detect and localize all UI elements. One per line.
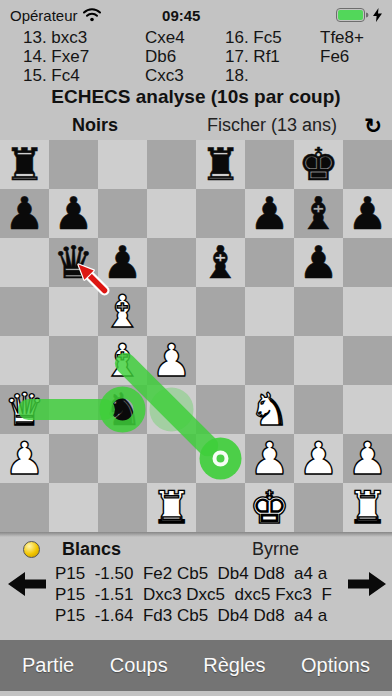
square-e2[interactable] <box>196 434 245 483</box>
black-king: ♚ <box>294 140 343 189</box>
black-pawn: ♟ <box>245 189 294 238</box>
white-pawn: ♟ <box>0 434 49 483</box>
black-queen: ♛ <box>49 238 98 287</box>
black-player-name: Fischer (13 ans) <box>190 115 354 136</box>
move-cell[interactable]: 17. Rf1 <box>225 47 320 66</box>
square-a6[interactable] <box>0 238 49 287</box>
move-cell[interactable]: Tfe8+ <box>320 28 392 47</box>
white-rook: ♜ <box>147 483 196 532</box>
white-pawn: ♟ <box>294 434 343 483</box>
black-pawn: ♟ <box>98 238 147 287</box>
square-c3[interactable]: ♞ <box>98 385 147 434</box>
move-list: 13. bxc3 Cxe4 16. Fc5 Tfe8+ 14. Fxe7 Db6… <box>0 28 392 85</box>
black-knight: ♞ <box>98 385 147 434</box>
square-d2[interactable] <box>147 434 196 483</box>
square-f6[interactable] <box>245 238 294 287</box>
square-h2[interactable]: ♟ <box>343 434 392 483</box>
move-cell[interactable]: 16. Fc5 <box>225 28 320 47</box>
square-a7[interactable]: ♟ <box>0 189 49 238</box>
square-b7[interactable]: ♟ <box>49 189 98 238</box>
square-b1[interactable] <box>49 483 98 532</box>
square-c6[interactable]: ♟ <box>98 238 147 287</box>
square-f5[interactable] <box>245 287 294 336</box>
square-f1[interactable]: ♚ <box>245 483 294 532</box>
square-d3[interactable] <box>147 385 196 434</box>
square-d7[interactable] <box>147 189 196 238</box>
square-a3[interactable]: ♛ <box>0 385 49 434</box>
black-rook: ♜ <box>196 140 245 189</box>
black-pawn: ♟ <box>49 189 98 238</box>
black-rook: ♜ <box>0 140 49 189</box>
white-bishop: ♝ <box>98 336 147 385</box>
square-c2[interactable] <box>98 434 147 483</box>
square-d8[interactable] <box>147 140 196 189</box>
square-e7[interactable] <box>196 189 245 238</box>
engine-line[interactable]: P15 -1.64 Fd3 Cb5 Db4 Dd8 a4 a <box>55 605 342 626</box>
move-cell[interactable]: Cxc3 <box>145 66 225 85</box>
white-pawn: ♟ <box>147 336 196 385</box>
white-pawn: ♟ <box>343 434 392 483</box>
square-b4[interactable] <box>49 336 98 385</box>
flip-board-icon[interactable]: ↻ <box>354 114 392 138</box>
square-c7[interactable] <box>98 189 147 238</box>
square-f2[interactable]: ♟ <box>245 434 294 483</box>
move-cell[interactable] <box>320 66 392 85</box>
square-e8[interactable]: ♜ <box>196 140 245 189</box>
square-d6[interactable] <box>147 238 196 287</box>
move-cell[interactable]: Cxe4 <box>145 28 225 47</box>
page-title: ECHECS analyse (10s par coup) <box>0 85 392 111</box>
white-rook: ♜ <box>343 483 392 532</box>
square-f4[interactable] <box>245 336 294 385</box>
status-bar: Opérateur 09:45 <box>0 0 392 28</box>
white-side-label: Blancs <box>62 539 121 560</box>
square-c8[interactable] <box>98 140 147 189</box>
square-b3[interactable] <box>49 385 98 434</box>
square-g1[interactable] <box>294 483 343 532</box>
charging-bolt-icon <box>373 8 382 22</box>
black-pawn: ♟ <box>294 238 343 287</box>
black-side-label: Noirs <box>0 115 190 136</box>
square-e6[interactable]: ♝ <box>196 238 245 287</box>
toolbar-item-regles[interactable]: Règles <box>203 654 265 677</box>
move-cell[interactable]: Db6 <box>145 47 225 66</box>
toolbar-item-options[interactable]: Options <box>301 654 370 677</box>
toolbar-item-partie[interactable]: Partie <box>22 654 74 677</box>
square-e1[interactable] <box>196 483 245 532</box>
square-a8[interactable]: ♜ <box>0 140 49 189</box>
square-g3[interactable] <box>294 385 343 434</box>
square-c1[interactable] <box>98 483 147 532</box>
square-a1[interactable] <box>0 483 49 532</box>
black-pawn: ♟ <box>343 189 392 238</box>
battery-icon <box>336 8 370 22</box>
square-f3[interactable]: ♞ <box>245 385 294 434</box>
white-player-name: Byrne <box>252 539 299 560</box>
previous-move-button[interactable] <box>6 569 48 599</box>
square-a4[interactable] <box>0 336 49 385</box>
square-a2[interactable]: ♟ <box>0 434 49 483</box>
square-e4[interactable] <box>196 336 245 385</box>
players-row: Noirs Fischer (13 ans) ↻ <box>0 111 392 140</box>
engine-line[interactable]: P15 -1.50 Fe2 Cb5 Db4 Dd8 a4 a <box>55 563 342 584</box>
move-cell[interactable]: 13. bxc3 <box>23 28 145 47</box>
square-c4[interactable]: ♝ <box>98 336 147 385</box>
square-g5[interactable] <box>294 287 343 336</box>
square-d1[interactable]: ♜ <box>147 483 196 532</box>
engine-line[interactable]: P15 -1.51 Dxc3 Dxc5 dxc5 Fxc3 F <box>55 584 342 605</box>
white-king: ♚ <box>245 483 294 532</box>
white-bishop: ♝ <box>98 287 147 336</box>
square-b2[interactable] <box>49 434 98 483</box>
white-queen: ♛ <box>0 385 49 434</box>
move-cell[interactable]: 18. <box>225 66 320 85</box>
move-cell[interactable]: 14. Fxe7 <box>23 47 145 66</box>
square-h5[interactable] <box>343 287 392 336</box>
square-g7[interactable]: ♝ <box>294 189 343 238</box>
square-h8[interactable] <box>343 140 392 189</box>
square-h4[interactable] <box>343 336 392 385</box>
engine-lines: P15 -1.50 Fe2 Cb5 Db4 Dd8 a4 a P15 -1.51… <box>55 563 342 626</box>
square-b6[interactable]: ♛ <box>49 238 98 287</box>
square-f8[interactable] <box>245 140 294 189</box>
square-g8[interactable]: ♚ <box>294 140 343 189</box>
chess-board: ♜♜♚♟♟♟♝♟♛♟♝♟♝♝♟♛♞♞♟♟♟♟♜♚♜ <box>0 140 392 532</box>
square-h3[interactable] <box>343 385 392 434</box>
black-bishop: ♝ <box>294 189 343 238</box>
square-h1[interactable]: ♜ <box>343 483 392 532</box>
square-e3[interactable] <box>196 385 245 434</box>
turn-indicator <box>23 541 40 558</box>
square-b8[interactable] <box>49 140 98 189</box>
square-g6[interactable]: ♟ <box>294 238 343 287</box>
square-d5[interactable] <box>147 287 196 336</box>
move-cell[interactable]: 15. Fc4 <box>23 66 145 85</box>
black-pawn: ♟ <box>0 189 49 238</box>
bottom-toolbar: Partie Coups Règles Options <box>0 640 392 691</box>
square-h7[interactable]: ♟ <box>343 189 392 238</box>
square-f7[interactable]: ♟ <box>245 189 294 238</box>
square-a5[interactable] <box>0 287 49 336</box>
white-knight: ♞ <box>245 385 294 434</box>
square-e5[interactable] <box>196 287 245 336</box>
next-move-button[interactable] <box>346 569 388 599</box>
square-c5[interactable]: ♝ <box>98 287 147 336</box>
square-g2[interactable]: ♟ <box>294 434 343 483</box>
square-h6[interactable] <box>343 238 392 287</box>
square-b5[interactable] <box>49 287 98 336</box>
black-bishop: ♝ <box>196 238 245 287</box>
square-d4[interactable]: ♟ <box>147 336 196 385</box>
square-g4[interactable] <box>294 336 343 385</box>
move-cell[interactable]: Fe6 <box>320 47 392 66</box>
analysis-panel: Blancs Byrne P15 -1.50 Fe2 Cb5 Db4 Dd8 a… <box>0 537 392 640</box>
white-pawn: ♟ <box>245 434 294 483</box>
toolbar-item-coups[interactable]: Coups <box>110 654 168 677</box>
clock: 09:45 <box>27 7 336 24</box>
